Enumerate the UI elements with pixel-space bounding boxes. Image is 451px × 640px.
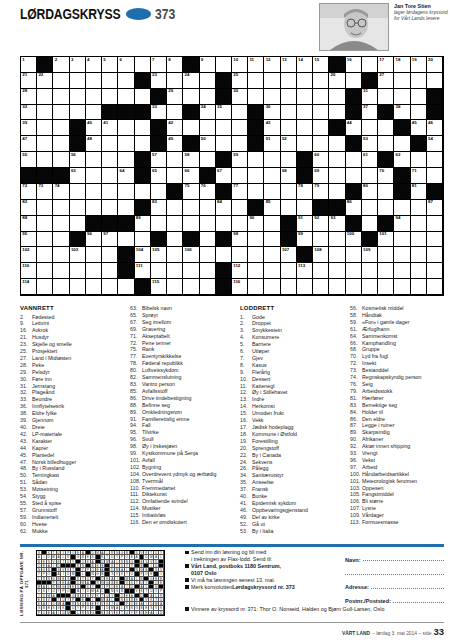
- grid-cell[interactable]: [70, 200, 86, 216]
- grid-cell[interactable]: 42: [167, 120, 183, 136]
- grid-cell[interactable]: [37, 136, 53, 152]
- grid-cell[interactable]: 106: [183, 247, 199, 263]
- grid-cell[interactable]: [86, 200, 102, 216]
- grid-cell[interactable]: [70, 279, 86, 295]
- grid-cell[interactable]: [411, 247, 427, 263]
- grid-cell[interactable]: 60: [313, 152, 329, 168]
- grid-cell[interactable]: [411, 232, 427, 248]
- grid-cell[interactable]: [232, 120, 248, 136]
- grid-cell[interactable]: [281, 152, 297, 168]
- grid-cell[interactable]: 21: [21, 73, 37, 89]
- grid-cell[interactable]: 2: [53, 57, 69, 73]
- grid-cell[interactable]: 30: [232, 89, 248, 105]
- grid-cell[interactable]: 13: [281, 57, 297, 73]
- grid-cell[interactable]: [183, 89, 199, 105]
- grid-cell[interactable]: 8: [167, 57, 183, 73]
- grid-cell[interactable]: [362, 168, 378, 184]
- grid-cell[interactable]: 96: [86, 232, 102, 248]
- grid-cell[interactable]: [394, 89, 410, 105]
- grid-cell[interactable]: [297, 120, 313, 136]
- grid-cell[interactable]: [264, 73, 280, 89]
- grid-cell[interactable]: [53, 136, 69, 152]
- grid-cell[interactable]: 22: [37, 73, 53, 89]
- grid-cell[interactable]: 29: [167, 89, 183, 105]
- grid-cell[interactable]: [53, 152, 69, 168]
- grid-cell[interactable]: 3: [70, 57, 86, 73]
- crossword-grid[interactable]: 1234567891011121314151617181920212223242…: [20, 56, 444, 296]
- grid-cell[interactable]: 91: [297, 216, 313, 232]
- grid-cell[interactable]: 31: [362, 89, 378, 105]
- grid-cell[interactable]: 103: [70, 247, 86, 263]
- grid-cell[interactable]: [313, 136, 329, 152]
- grid-cell[interactable]: [37, 216, 53, 232]
- grid-cell[interactable]: 10: [232, 57, 248, 73]
- grid-cell[interactable]: [232, 136, 248, 152]
- grid-cell[interactable]: [183, 216, 199, 232]
- grid-cell[interactable]: [427, 152, 443, 168]
- grid-cell[interactable]: [313, 105, 329, 121]
- grid-cell[interactable]: [151, 263, 167, 279]
- grid-cell[interactable]: [232, 247, 248, 263]
- grid-cell[interactable]: 113: [297, 263, 313, 279]
- grid-cell[interactable]: [200, 89, 216, 105]
- grid-cell[interactable]: 14: [297, 57, 313, 73]
- grid-cell[interactable]: [329, 89, 345, 105]
- grid-cell[interactable]: [313, 89, 329, 105]
- grid-cell[interactable]: [427, 263, 443, 279]
- grid-cell[interactable]: [216, 247, 232, 263]
- grid-cell[interactable]: [346, 263, 362, 279]
- grid-cell[interactable]: [346, 152, 362, 168]
- grid-cell[interactable]: [118, 136, 134, 152]
- grid-cell[interactable]: [118, 184, 134, 200]
- grid-cell[interactable]: 45: [411, 120, 427, 136]
- grid-cell[interactable]: [167, 232, 183, 248]
- grid-cell[interactable]: [86, 105, 102, 121]
- grid-cell[interactable]: 32: [21, 105, 37, 121]
- grid-cell[interactable]: [118, 120, 134, 136]
- grid-cell[interactable]: 62: [394, 152, 410, 168]
- grid-cell[interactable]: 75: [183, 184, 199, 200]
- grid-cell[interactable]: [70, 89, 86, 105]
- grid-cell[interactable]: [427, 216, 443, 232]
- grid-cell[interactable]: 59: [232, 152, 248, 168]
- grid-cell[interactable]: [118, 73, 134, 89]
- grid-cell[interactable]: 9: [200, 57, 216, 73]
- grid-cell[interactable]: [248, 263, 264, 279]
- grid-cell[interactable]: 41: [102, 120, 118, 136]
- grid-cell[interactable]: 12: [264, 57, 280, 73]
- grid-cell[interactable]: [281, 263, 297, 279]
- grid-cell[interactable]: [378, 136, 394, 152]
- grid-cell[interactable]: [102, 184, 118, 200]
- grid-cell[interactable]: 18: [394, 57, 410, 73]
- grid-cell[interactable]: 88: [21, 216, 37, 232]
- grid-cell[interactable]: [411, 263, 427, 279]
- grid-cell[interactable]: [427, 73, 443, 89]
- grid-cell[interactable]: [167, 168, 183, 184]
- grid-cell[interactable]: [411, 152, 427, 168]
- grid-cell[interactable]: [135, 120, 151, 136]
- grid-cell[interactable]: [329, 168, 345, 184]
- grid-cell[interactable]: [37, 120, 53, 136]
- grid-cell[interactable]: [297, 73, 313, 89]
- grid-cell[interactable]: [313, 120, 329, 136]
- grid-cell[interactable]: [378, 120, 394, 136]
- grid-cell[interactable]: [362, 200, 378, 216]
- grid-cell[interactable]: 1: [21, 57, 37, 73]
- grid-cell[interactable]: [86, 263, 102, 279]
- grid-cell[interactable]: [362, 120, 378, 136]
- grid-cell[interactable]: 44: [346, 120, 362, 136]
- grid-cell[interactable]: [86, 247, 102, 263]
- grid-cell[interactable]: [297, 279, 313, 295]
- grid-cell[interactable]: [362, 279, 378, 295]
- grid-cell[interactable]: [297, 200, 313, 216]
- grid-cell[interactable]: [329, 184, 345, 200]
- grid-cell[interactable]: [232, 168, 248, 184]
- grid-cell[interactable]: [135, 232, 151, 248]
- grid-cell[interactable]: [313, 232, 329, 248]
- grid-cell[interactable]: 48: [86, 136, 102, 152]
- grid-cell[interactable]: [53, 216, 69, 232]
- grid-cell[interactable]: [329, 232, 345, 248]
- grid-cell[interactable]: [151, 216, 167, 232]
- grid-cell[interactable]: [329, 263, 345, 279]
- grid-cell[interactable]: 93: [329, 216, 345, 232]
- grid-cell[interactable]: [411, 89, 427, 105]
- grid-cell[interactable]: 69: [313, 168, 329, 184]
- grid-cell[interactable]: [70, 263, 86, 279]
- grid-cell[interactable]: 84: [216, 200, 232, 216]
- grid-cell[interactable]: [329, 247, 345, 263]
- grid-cell[interactable]: [167, 105, 183, 121]
- grid-cell[interactable]: [135, 136, 151, 152]
- grid-cell[interactable]: [297, 89, 313, 105]
- grid-cell[interactable]: [248, 232, 264, 248]
- grid-cell[interactable]: [53, 120, 69, 136]
- grid-cell[interactable]: [86, 184, 102, 200]
- grid-cell[interactable]: [135, 184, 151, 200]
- grid-cell[interactable]: [102, 73, 118, 89]
- grid-cell[interactable]: 63: [70, 168, 86, 184]
- grid-cell[interactable]: [37, 263, 53, 279]
- grid-cell[interactable]: [264, 232, 280, 248]
- grid-cell[interactable]: [264, 168, 280, 184]
- grid-cell[interactable]: 36: [264, 105, 280, 121]
- grid-cell[interactable]: [232, 216, 248, 232]
- grid-cell[interactable]: [53, 89, 69, 105]
- grid-cell[interactable]: [394, 73, 410, 89]
- grid-cell[interactable]: 24: [183, 73, 199, 89]
- grid-cell[interactable]: [248, 184, 264, 200]
- grid-cell[interactable]: [297, 136, 313, 152]
- grid-cell[interactable]: [37, 152, 53, 168]
- grid-cell[interactable]: [200, 152, 216, 168]
- grid-cell[interactable]: 33: [151, 105, 167, 121]
- grid-cell[interactable]: [102, 279, 118, 295]
- grid-cell[interactable]: 5: [102, 57, 118, 73]
- grid-cell[interactable]: 4: [86, 57, 102, 73]
- grid-cell[interactable]: [411, 279, 427, 295]
- grid-cell[interactable]: [118, 89, 134, 105]
- grid-cell[interactable]: 15: [313, 57, 329, 73]
- grid-cell[interactable]: [378, 89, 394, 105]
- grid-cell[interactable]: 57: [151, 152, 167, 168]
- grid-cell[interactable]: 28: [21, 89, 37, 105]
- grid-cell[interactable]: 114: [21, 279, 37, 295]
- grid-cell[interactable]: [264, 216, 280, 232]
- grid-cell[interactable]: [411, 73, 427, 89]
- grid-cell[interactable]: [200, 73, 216, 89]
- grid-cell[interactable]: [102, 263, 118, 279]
- grid-cell[interactable]: [411, 105, 427, 121]
- grid-cell[interactable]: 108: [313, 247, 329, 263]
- grid-cell[interactable]: 27: [378, 73, 394, 89]
- grid-cell[interactable]: [53, 263, 69, 279]
- grid-cell[interactable]: [346, 279, 362, 295]
- grid-cell[interactable]: 90: [248, 216, 264, 232]
- grid-cell[interactable]: 89: [135, 216, 151, 232]
- grid-cell[interactable]: [281, 279, 297, 295]
- grid-cell[interactable]: [37, 232, 53, 248]
- grid-cell[interactable]: [86, 152, 102, 168]
- grid-cell[interactable]: [281, 89, 297, 105]
- grid-cell[interactable]: [70, 184, 86, 200]
- grid-cell[interactable]: [264, 263, 280, 279]
- grid-cell[interactable]: [264, 247, 280, 263]
- grid-cell[interactable]: 78: [297, 184, 313, 200]
- grid-cell[interactable]: [70, 73, 86, 89]
- grid-cell[interactable]: [200, 247, 216, 263]
- grid-cell[interactable]: 64: [118, 168, 134, 184]
- grid-cell[interactable]: 112: [232, 263, 248, 279]
- grid-cell[interactable]: [151, 184, 167, 200]
- grid-cell[interactable]: [183, 200, 199, 216]
- grid-cell[interactable]: 76: [200, 184, 216, 200]
- grid-cell[interactable]: 38: [394, 105, 410, 121]
- grid-cell[interactable]: [183, 263, 199, 279]
- grid-cell[interactable]: 99: [297, 232, 313, 248]
- grid-cell[interactable]: 20: [427, 57, 443, 73]
- grid-cell[interactable]: 40: [86, 120, 102, 136]
- grid-cell[interactable]: [86, 279, 102, 295]
- grid-cell[interactable]: 43: [264, 120, 280, 136]
- grid-cell[interactable]: 11: [248, 57, 264, 73]
- grid-cell[interactable]: [346, 73, 362, 89]
- grid-cell[interactable]: [118, 200, 134, 216]
- grid-cell[interactable]: [313, 279, 329, 295]
- grid-cell[interactable]: 35: [216, 105, 232, 121]
- grid-cell[interactable]: [102, 89, 118, 105]
- grid-cell[interactable]: 46: [427, 120, 443, 136]
- grid-cell[interactable]: [216, 216, 232, 232]
- grid-cell[interactable]: [329, 279, 345, 295]
- grid-cell[interactable]: [86, 89, 102, 105]
- grid-cell[interactable]: 92: [313, 216, 329, 232]
- grid-cell[interactable]: 87: [427, 200, 443, 216]
- grid-cell[interactable]: 37: [362, 105, 378, 121]
- grid-cell[interactable]: 16: [346, 57, 362, 73]
- grid-cell[interactable]: [394, 279, 410, 295]
- grid-cell[interactable]: [53, 200, 69, 216]
- grid-cell[interactable]: [264, 184, 280, 200]
- grid-cell[interactable]: [216, 120, 232, 136]
- grid-cell[interactable]: [183, 120, 199, 136]
- grid-cell[interactable]: 61: [362, 152, 378, 168]
- grid-cell[interactable]: 71: [411, 168, 427, 184]
- grid-cell[interactable]: [135, 89, 151, 105]
- grid-cell[interactable]: [102, 247, 118, 263]
- grid-cell[interactable]: [394, 232, 410, 248]
- grid-cell[interactable]: [53, 279, 69, 295]
- grid-cell[interactable]: [102, 200, 118, 216]
- grid-cell[interactable]: 109: [362, 247, 378, 263]
- grid-cell[interactable]: [232, 105, 248, 121]
- grid-cell[interactable]: 39: [21, 120, 37, 136]
- grid-cell[interactable]: 83: [151, 200, 167, 216]
- grid-cell[interactable]: [70, 105, 86, 121]
- grid-cell[interactable]: [167, 200, 183, 216]
- grid-cell[interactable]: [118, 152, 134, 168]
- grid-cell[interactable]: [281, 200, 297, 216]
- grid-cell[interactable]: [329, 136, 345, 152]
- grid-cell[interactable]: 102: [21, 247, 37, 263]
- grid-cell[interactable]: [216, 136, 232, 152]
- grid-cell[interactable]: 58: [183, 152, 199, 168]
- grid-cell[interactable]: [329, 152, 345, 168]
- grid-cell[interactable]: [183, 279, 199, 295]
- grid-cell[interactable]: [37, 89, 53, 105]
- grid-cell[interactable]: 82: [21, 200, 37, 216]
- grid-cell[interactable]: 7: [151, 57, 167, 73]
- grid-cell[interactable]: [232, 200, 248, 216]
- grid-cell[interactable]: 68: [281, 168, 297, 184]
- grid-cell[interactable]: [281, 73, 297, 89]
- grid-cell[interactable]: [378, 184, 394, 200]
- grid-cell[interactable]: 49: [167, 136, 183, 152]
- grid-cell[interactable]: [200, 279, 216, 295]
- grid-cell[interactable]: 116: [232, 279, 248, 295]
- grid-cell[interactable]: [313, 73, 329, 89]
- grid-cell[interactable]: 26: [329, 73, 345, 89]
- grid-cell[interactable]: 51: [264, 136, 280, 152]
- grid-cell[interactable]: [264, 89, 280, 105]
- grid-cell[interactable]: [264, 279, 280, 295]
- grid-cell[interactable]: [346, 247, 362, 263]
- grid-cell[interactable]: [394, 200, 410, 216]
- grid-cell[interactable]: [37, 247, 53, 263]
- grid-cell[interactable]: 34: [200, 105, 216, 121]
- grid-cell[interactable]: [216, 57, 232, 73]
- grid-cell[interactable]: [248, 89, 264, 105]
- grid-cell[interactable]: [135, 57, 151, 73]
- grid-cell[interactable]: 23: [151, 73, 167, 89]
- grid-cell[interactable]: [411, 200, 427, 216]
- grid-cell[interactable]: [427, 247, 443, 263]
- grid-cell[interactable]: 72: [21, 184, 37, 200]
- grid-cell[interactable]: 50: [200, 136, 216, 152]
- grid-cell[interactable]: 54: [427, 136, 443, 152]
- grid-cell[interactable]: [394, 247, 410, 263]
- grid-cell[interactable]: [167, 152, 183, 168]
- grid-cell[interactable]: [200, 200, 216, 216]
- grid-cell[interactable]: [200, 120, 216, 136]
- grid-cell[interactable]: [281, 105, 297, 121]
- grid-cell[interactable]: 25: [232, 73, 248, 89]
- grid-cell[interactable]: [53, 247, 69, 263]
- grid-cell[interactable]: [53, 232, 69, 248]
- grid-cell[interactable]: [70, 216, 86, 232]
- grid-cell[interactable]: [102, 168, 118, 184]
- grid-cell[interactable]: 73: [37, 184, 53, 200]
- grid-cell[interactable]: [200, 232, 216, 248]
- grid-cell[interactable]: [378, 247, 394, 263]
- grid-cell[interactable]: 56: [70, 152, 86, 168]
- grid-cell[interactable]: [167, 73, 183, 89]
- grid-cell[interactable]: [362, 216, 378, 232]
- grid-cell[interactable]: [102, 152, 118, 168]
- grid-cell[interactable]: [102, 136, 118, 152]
- grid-cell[interactable]: [200, 216, 216, 232]
- grid-cell[interactable]: 111: [135, 263, 151, 279]
- grid-cell[interactable]: [248, 247, 264, 263]
- grid-cell[interactable]: [37, 279, 53, 295]
- grid-cell[interactable]: [313, 263, 329, 279]
- grid-cell[interactable]: [167, 263, 183, 279]
- grid-cell[interactable]: [427, 232, 443, 248]
- grid-cell[interactable]: [427, 168, 443, 184]
- grid-cell[interactable]: [394, 263, 410, 279]
- grid-cell[interactable]: [248, 152, 264, 168]
- grid-cell[interactable]: 67: [216, 168, 232, 184]
- grid-cell[interactable]: 95: [21, 232, 37, 248]
- grid-cell[interactable]: [427, 279, 443, 295]
- grid-cell[interactable]: 101: [378, 232, 394, 248]
- grid-cell[interactable]: [281, 184, 297, 200]
- grid-cell[interactable]: 97: [102, 232, 118, 248]
- grid-cell[interactable]: 98: [232, 232, 248, 248]
- grid-cell[interactable]: [167, 216, 183, 232]
- grid-cell[interactable]: [248, 168, 264, 184]
- grid-cell[interactable]: [297, 105, 313, 121]
- grid-cell[interactable]: 104: [135, 247, 151, 263]
- grid-cell[interactable]: 53: [362, 136, 378, 152]
- grid-cell[interactable]: 94: [394, 216, 410, 232]
- grid-cell[interactable]: 70: [378, 168, 394, 184]
- grid-cell[interactable]: 107: [281, 247, 297, 263]
- grid-cell[interactable]: [118, 279, 134, 295]
- grid-cell[interactable]: 47: [21, 136, 37, 152]
- grid-cell[interactable]: [411, 216, 427, 232]
- grid-cell[interactable]: [378, 200, 394, 216]
- grid-cell[interactable]: 65: [151, 168, 167, 184]
- grid-cell[interactable]: [264, 152, 280, 168]
- grid-cell[interactable]: [362, 57, 378, 73]
- grid-cell[interactable]: [37, 200, 53, 216]
- grid-cell[interactable]: 66: [183, 168, 199, 184]
- grid-cell[interactable]: [37, 105, 53, 121]
- grid-cell[interactable]: [86, 168, 102, 184]
- grid-cell[interactable]: 52: [281, 136, 297, 152]
- grid-cell[interactable]: [378, 279, 394, 295]
- grid-cell[interactable]: [167, 247, 183, 263]
- grid-cell[interactable]: 85: [264, 200, 280, 216]
- grid-cell[interactable]: 80: [362, 184, 378, 200]
- grid-cell[interactable]: [394, 136, 410, 152]
- grid-cell[interactable]: [53, 105, 69, 121]
- grid-cell[interactable]: [118, 232, 134, 248]
